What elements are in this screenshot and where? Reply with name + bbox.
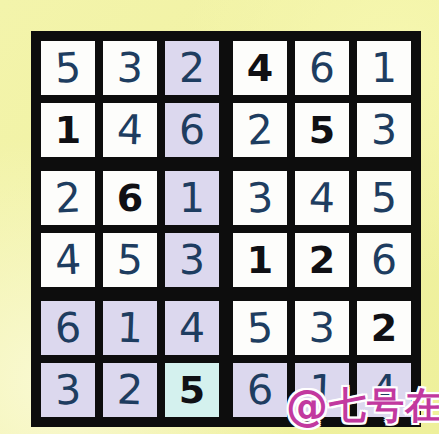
cell-r1c4[interactable]: 4 — [233, 41, 287, 95]
watermark: @七号在线 — [286, 381, 439, 431]
cell-digit: 2 — [371, 309, 397, 347]
cell-digit: 1 — [247, 241, 273, 279]
cell-digit: 4 — [179, 308, 205, 349]
cell-r3c5[interactable]: 4 — [295, 171, 349, 225]
cell-digit: 3 — [116, 47, 144, 89]
cell-digit: 6 — [179, 110, 205, 151]
cell-r3c1[interactable]: 2 — [41, 171, 95, 225]
cell-r5c5[interactable]: 3 — [295, 301, 349, 355]
cell-digit: 1 — [371, 48, 397, 89]
cell-r3c3[interactable]: 1 — [165, 171, 219, 225]
cell-digit: 4 — [308, 177, 336, 219]
watermark-text: 七号在线 — [329, 384, 439, 427]
cell-digit: 3 — [308, 307, 336, 349]
cell-r1c2[interactable]: 3 — [103, 41, 157, 95]
cell-r4c4[interactable]: 1 — [233, 233, 287, 287]
cell-digit: 5 — [309, 111, 335, 149]
cell-r3c4[interactable]: 3 — [233, 171, 287, 225]
cell-r2c5[interactable]: 5 — [295, 103, 349, 157]
cell-digit: 1 — [116, 307, 144, 349]
cell-digit: 4 — [116, 109, 144, 151]
cell-digit: 5 — [371, 178, 397, 219]
cell-r3c2[interactable]: 6 — [103, 171, 157, 225]
cell-digit: 5 — [179, 371, 205, 409]
cell-r2c3[interactable]: 6 — [165, 103, 219, 157]
cell-r6c4[interactable]: 6 — [233, 363, 287, 417]
cell-r1c5[interactable]: 6 — [295, 41, 349, 95]
cell-digit: 2 — [246, 109, 274, 151]
sudoku-board: 532461146253261345453126614532325614 — [31, 31, 421, 427]
cell-r4c2[interactable]: 5 — [103, 233, 157, 287]
cell-r2c2[interactable]: 4 — [103, 103, 157, 157]
cell-digit: 4 — [54, 239, 82, 281]
cell-r1c1[interactable]: 5 — [41, 41, 95, 95]
cell-r1c6[interactable]: 1 — [357, 41, 411, 95]
cell-digit: 5 — [116, 239, 144, 281]
cell-r5c1[interactable]: 6 — [41, 301, 95, 355]
cell-r1c3[interactable]: 2 — [165, 41, 219, 95]
cell-digit: 3 — [246, 177, 274, 219]
cell-digit: 2 — [179, 48, 205, 89]
cell-r2c1[interactable]: 1 — [41, 103, 95, 157]
cell-digit: 3 — [54, 369, 82, 411]
cell-digit: 1 — [55, 111, 81, 149]
cell-r4c6[interactable]: 6 — [357, 233, 411, 287]
cell-r5c6[interactable]: 2 — [357, 301, 411, 355]
watermark-at-logo-icon: @ — [286, 382, 329, 431]
cell-digit: 2 — [309, 241, 335, 279]
cell-r2c6[interactable]: 3 — [357, 103, 411, 157]
cell-digit: 1 — [179, 178, 205, 219]
cell-r4c3[interactable]: 3 — [165, 233, 219, 287]
cell-r2c4[interactable]: 2 — [233, 103, 287, 157]
cell-digit: 5 — [246, 307, 274, 349]
cell-digit: 3 — [371, 110, 397, 151]
cell-digit: 3 — [179, 240, 205, 281]
cell-r5c2[interactable]: 1 — [103, 301, 157, 355]
cell-r3c6[interactable]: 5 — [357, 171, 411, 225]
cell-digit: 6 — [54, 307, 82, 349]
cell-digit: 2 — [54, 177, 82, 219]
cell-digit: 5 — [54, 47, 82, 89]
cell-digit: 6 — [117, 179, 143, 217]
cell-r6c3[interactable]: 5 — [165, 363, 219, 417]
cell-r6c2[interactable]: 2 — [103, 363, 157, 417]
cell-digit: 6 — [308, 47, 336, 89]
cell-r6c1[interactable]: 3 — [41, 363, 95, 417]
cell-digit: 6 — [246, 369, 274, 411]
cell-digit: 6 — [371, 240, 397, 281]
cell-digit: 2 — [116, 369, 144, 411]
cell-r5c4[interactable]: 5 — [233, 301, 287, 355]
cell-digit: 4 — [247, 49, 273, 87]
cell-r4c5[interactable]: 2 — [295, 233, 349, 287]
cell-r5c3[interactable]: 4 — [165, 301, 219, 355]
cell-r4c1[interactable]: 4 — [41, 233, 95, 287]
